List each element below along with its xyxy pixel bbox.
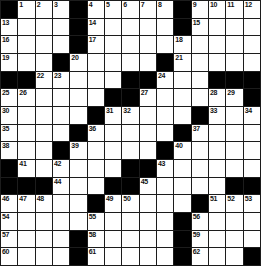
white-square[interactable] bbox=[105, 19, 121, 36]
white-square[interactable] bbox=[140, 36, 156, 53]
white-square[interactable] bbox=[105, 72, 121, 89]
black-square bbox=[70, 36, 86, 53]
black-square bbox=[122, 72, 138, 89]
white-square[interactable]: 24 bbox=[157, 72, 173, 89]
clue-number: 24 bbox=[158, 72, 165, 80]
clue-number: 46 bbox=[2, 195, 9, 203]
clue-number: 19 bbox=[2, 54, 9, 62]
white-square[interactable]: 34 bbox=[244, 107, 260, 124]
white-square[interactable]: 15 bbox=[192, 19, 208, 36]
white-square[interactable] bbox=[244, 231, 260, 248]
black-square bbox=[209, 72, 225, 89]
white-square[interactable] bbox=[36, 89, 52, 106]
clue-number: 54 bbox=[2, 213, 9, 221]
black-square bbox=[70, 125, 86, 142]
white-square[interactable]: 53 bbox=[244, 195, 260, 212]
white-square[interactable] bbox=[18, 142, 34, 159]
white-square[interactable]: 23 bbox=[53, 72, 69, 89]
clue-number: 48 bbox=[37, 195, 44, 203]
black-square bbox=[244, 178, 260, 195]
white-square[interactable] bbox=[122, 19, 138, 36]
clue-number: 12 bbox=[245, 1, 252, 9]
clue-number: 35 bbox=[2, 125, 9, 133]
white-square[interactable] bbox=[192, 72, 208, 89]
clue-number: 6 bbox=[123, 1, 127, 9]
black-square bbox=[105, 178, 121, 195]
clue-number: 25 bbox=[2, 89, 9, 97]
clue-number: 14 bbox=[89, 19, 96, 27]
white-square[interactable] bbox=[209, 160, 225, 177]
clue-number: 60 bbox=[2, 248, 9, 256]
white-square[interactable]: 31 bbox=[105, 107, 121, 124]
white-square[interactable]: 54 bbox=[1, 213, 17, 230]
clue-number: 43 bbox=[158, 160, 165, 168]
white-square[interactable] bbox=[53, 248, 69, 265]
white-square[interactable] bbox=[70, 72, 86, 89]
white-square[interactable]: 52 bbox=[226, 195, 242, 212]
white-square[interactable] bbox=[70, 213, 86, 230]
black-square bbox=[1, 72, 17, 89]
white-square[interactable] bbox=[122, 142, 138, 159]
clue-number: 17 bbox=[89, 36, 96, 44]
white-square[interactable] bbox=[226, 54, 242, 71]
clue-number: 22 bbox=[37, 72, 44, 80]
white-square[interactable] bbox=[157, 107, 173, 124]
white-square[interactable] bbox=[226, 248, 242, 265]
white-square[interactable] bbox=[36, 125, 52, 142]
black-square bbox=[53, 54, 69, 71]
clue-number: 44 bbox=[54, 178, 61, 186]
white-square[interactable]: 60 bbox=[1, 248, 17, 265]
white-square[interactable]: 20 bbox=[70, 54, 86, 71]
clue-number: 40 bbox=[175, 142, 182, 150]
white-square[interactable]: 35 bbox=[1, 125, 17, 142]
white-square[interactable]: 7 bbox=[140, 1, 156, 18]
white-square[interactable] bbox=[70, 178, 86, 195]
clue-number: 56 bbox=[193, 213, 200, 221]
white-square[interactable] bbox=[53, 19, 69, 36]
white-square[interactable] bbox=[209, 19, 225, 36]
white-square[interactable]: 21 bbox=[174, 54, 190, 71]
white-square[interactable] bbox=[244, 36, 260, 53]
white-square[interactable] bbox=[157, 248, 173, 265]
clue-number: 10 bbox=[210, 1, 217, 9]
white-square[interactable]: 16 bbox=[1, 36, 17, 53]
white-square[interactable]: 6 bbox=[122, 1, 138, 18]
white-square[interactable] bbox=[53, 107, 69, 124]
clue-number: 4 bbox=[89, 1, 93, 9]
clue-number: 26 bbox=[19, 89, 26, 97]
white-square[interactable]: 8 bbox=[157, 1, 173, 18]
white-square[interactable]: 48 bbox=[36, 195, 52, 212]
clue-number: 21 bbox=[175, 54, 182, 62]
white-square[interactable] bbox=[140, 125, 156, 142]
white-square[interactable] bbox=[105, 160, 121, 177]
white-square[interactable]: 46 bbox=[1, 195, 17, 212]
white-square[interactable]: 62 bbox=[192, 248, 208, 265]
clue-number: 31 bbox=[106, 107, 113, 115]
white-square[interactable] bbox=[174, 178, 190, 195]
white-square[interactable] bbox=[36, 19, 52, 36]
black-square bbox=[192, 195, 208, 212]
white-square[interactable] bbox=[157, 19, 173, 36]
white-square[interactable] bbox=[226, 213, 242, 230]
clue-number: 13 bbox=[2, 19, 9, 27]
white-square[interactable]: 28 bbox=[209, 89, 225, 106]
white-square[interactable] bbox=[226, 160, 242, 177]
white-square[interactable]: 12 bbox=[244, 1, 260, 18]
black-square bbox=[174, 248, 190, 265]
white-square[interactable] bbox=[70, 107, 86, 124]
white-square[interactable]: 1 bbox=[18, 1, 34, 18]
white-square[interactable] bbox=[18, 248, 34, 265]
white-square[interactable] bbox=[18, 213, 34, 230]
white-square[interactable] bbox=[53, 89, 69, 106]
white-square[interactable] bbox=[88, 89, 104, 106]
white-square[interactable] bbox=[209, 142, 225, 159]
white-square[interactable]: 27 bbox=[140, 89, 156, 106]
white-square[interactable]: 25 bbox=[1, 89, 17, 106]
black-square bbox=[174, 213, 190, 230]
white-square[interactable]: 36 bbox=[88, 125, 104, 142]
black-square bbox=[226, 178, 242, 195]
white-square[interactable] bbox=[244, 142, 260, 159]
white-square[interactable]: 5 bbox=[105, 1, 121, 18]
white-square[interactable] bbox=[53, 231, 69, 248]
white-square[interactable] bbox=[174, 72, 190, 89]
crossword-grid: 1234567891011121314151617181920212223242… bbox=[0, 0, 261, 266]
white-square[interactable] bbox=[192, 89, 208, 106]
black-square bbox=[226, 72, 242, 89]
white-square[interactable]: 18 bbox=[174, 36, 190, 53]
white-square[interactable] bbox=[36, 231, 52, 248]
white-square[interactable] bbox=[36, 107, 52, 124]
white-square[interactable] bbox=[36, 36, 52, 53]
white-square[interactable] bbox=[53, 125, 69, 142]
white-square[interactable] bbox=[18, 125, 34, 142]
white-square[interactable] bbox=[105, 248, 121, 265]
black-square bbox=[174, 19, 190, 36]
white-square[interactable] bbox=[140, 107, 156, 124]
white-square[interactable] bbox=[36, 54, 52, 71]
white-square[interactable] bbox=[53, 36, 69, 53]
clue-number: 57 bbox=[2, 231, 9, 239]
white-square[interactable]: 14 bbox=[88, 19, 104, 36]
clue-number: 50 bbox=[123, 195, 130, 203]
white-square[interactable] bbox=[88, 178, 104, 195]
white-square[interactable] bbox=[192, 178, 208, 195]
white-square[interactable] bbox=[140, 248, 156, 265]
white-square[interactable] bbox=[105, 142, 121, 159]
white-square[interactable] bbox=[192, 54, 208, 71]
black-square bbox=[174, 231, 190, 248]
white-square[interactable] bbox=[122, 36, 138, 53]
white-square[interactable] bbox=[140, 19, 156, 36]
white-square[interactable] bbox=[226, 36, 242, 53]
white-square[interactable] bbox=[18, 36, 34, 53]
black-square bbox=[122, 89, 138, 106]
white-square[interactable] bbox=[244, 19, 260, 36]
white-square[interactable]: 41 bbox=[18, 160, 34, 177]
white-square[interactable]: 55 bbox=[88, 213, 104, 230]
white-square[interactable]: 30 bbox=[1, 107, 17, 124]
clue-number: 20 bbox=[71, 54, 78, 62]
clue-number: 8 bbox=[158, 1, 162, 9]
white-square[interactable] bbox=[122, 248, 138, 265]
white-square[interactable] bbox=[105, 213, 121, 230]
white-square[interactable] bbox=[18, 231, 34, 248]
black-square bbox=[244, 248, 260, 265]
white-square[interactable]: 50 bbox=[122, 195, 138, 212]
white-square[interactable]: 29 bbox=[226, 89, 242, 106]
clue-number: 1 bbox=[19, 1, 23, 9]
white-square[interactable]: 51 bbox=[209, 195, 225, 212]
black-square bbox=[70, 248, 86, 265]
white-square[interactable]: 40 bbox=[174, 142, 190, 159]
white-square[interactable]: 43 bbox=[157, 160, 173, 177]
white-square[interactable]: 22 bbox=[36, 72, 52, 89]
white-square[interactable] bbox=[53, 213, 69, 230]
black-square bbox=[70, 19, 86, 36]
white-square[interactable] bbox=[157, 178, 173, 195]
white-square[interactable] bbox=[122, 213, 138, 230]
white-square[interactable] bbox=[192, 36, 208, 53]
white-square[interactable]: 33 bbox=[209, 107, 225, 124]
white-square[interactable]: 42 bbox=[53, 160, 69, 177]
clue-number: 42 bbox=[54, 160, 61, 168]
white-square[interactable]: 9 bbox=[192, 1, 208, 18]
clue-number: 18 bbox=[175, 36, 182, 44]
clue-number: 34 bbox=[245, 107, 252, 115]
white-square[interactable] bbox=[226, 142, 242, 159]
black-square bbox=[244, 89, 260, 106]
black-square bbox=[140, 160, 156, 177]
white-square[interactable]: 17 bbox=[88, 36, 104, 53]
clue-number: 7 bbox=[141, 1, 145, 9]
clue-number: 53 bbox=[245, 195, 252, 203]
white-square[interactable] bbox=[157, 125, 173, 142]
black-square bbox=[18, 72, 34, 89]
white-square[interactable] bbox=[209, 231, 225, 248]
white-square[interactable] bbox=[36, 213, 52, 230]
white-square[interactable] bbox=[192, 160, 208, 177]
white-square[interactable] bbox=[88, 142, 104, 159]
clue-number: 49 bbox=[106, 195, 113, 203]
white-square[interactable]: 11 bbox=[226, 1, 242, 18]
clue-number: 41 bbox=[19, 160, 26, 168]
white-square[interactable]: 61 bbox=[88, 248, 104, 265]
white-square[interactable] bbox=[70, 160, 86, 177]
black-square bbox=[88, 107, 104, 124]
white-square[interactable] bbox=[36, 142, 52, 159]
white-square[interactable] bbox=[192, 142, 208, 159]
white-square[interactable] bbox=[174, 107, 190, 124]
white-square[interactable] bbox=[70, 195, 86, 212]
clue-number: 16 bbox=[2, 36, 9, 44]
clue-number: 47 bbox=[19, 195, 26, 203]
white-square[interactable] bbox=[53, 195, 69, 212]
black-square bbox=[122, 178, 138, 195]
clue-number: 28 bbox=[210, 89, 217, 97]
black-square bbox=[157, 54, 173, 71]
white-square[interactable]: 47 bbox=[18, 195, 34, 212]
white-square[interactable] bbox=[105, 54, 121, 71]
white-square[interactable]: 44 bbox=[53, 178, 69, 195]
white-square[interactable]: 58 bbox=[88, 231, 104, 248]
white-square[interactable] bbox=[70, 89, 86, 106]
white-square[interactable] bbox=[244, 125, 260, 142]
clue-number: 5 bbox=[106, 1, 110, 9]
white-square[interactable]: 37 bbox=[192, 125, 208, 142]
black-square bbox=[70, 1, 86, 18]
clue-number: 29 bbox=[227, 89, 234, 97]
black-square bbox=[88, 195, 104, 212]
white-square[interactable] bbox=[88, 72, 104, 89]
clue-number: 2 bbox=[37, 1, 41, 9]
black-square bbox=[36, 178, 52, 195]
clue-number: 39 bbox=[71, 142, 78, 150]
clue-number: 9 bbox=[193, 1, 197, 9]
black-square bbox=[70, 231, 86, 248]
white-square[interactable] bbox=[122, 54, 138, 71]
white-square[interactable] bbox=[105, 125, 121, 142]
clue-number: 52 bbox=[227, 195, 234, 203]
white-square[interactable] bbox=[209, 248, 225, 265]
white-square[interactable] bbox=[88, 54, 104, 71]
clue-number: 15 bbox=[193, 19, 200, 27]
white-square[interactable] bbox=[174, 160, 190, 177]
clue-number: 32 bbox=[123, 107, 130, 115]
white-square[interactable] bbox=[226, 231, 242, 248]
white-square[interactable]: 32 bbox=[122, 107, 138, 124]
black-square bbox=[244, 72, 260, 89]
clue-number: 30 bbox=[2, 107, 9, 115]
black-square bbox=[105, 89, 121, 106]
white-square[interactable] bbox=[209, 125, 225, 142]
clue-number: 61 bbox=[89, 248, 96, 256]
white-square[interactable] bbox=[140, 231, 156, 248]
black-square bbox=[18, 178, 34, 195]
white-square[interactable]: 39 bbox=[70, 142, 86, 159]
white-square[interactable] bbox=[209, 213, 225, 230]
black-square bbox=[1, 160, 17, 177]
white-square[interactable] bbox=[157, 36, 173, 53]
white-square[interactable] bbox=[36, 160, 52, 177]
white-square[interactable] bbox=[209, 36, 225, 53]
white-square[interactable]: 38 bbox=[1, 142, 17, 159]
clue-number: 45 bbox=[141, 178, 148, 186]
white-square[interactable]: 2 bbox=[36, 1, 52, 18]
clue-number: 38 bbox=[2, 142, 9, 150]
clue-number: 37 bbox=[193, 125, 200, 133]
clue-number: 27 bbox=[141, 89, 148, 97]
white-square[interactable]: 26 bbox=[18, 89, 34, 106]
white-square[interactable]: 3 bbox=[53, 1, 69, 18]
white-square[interactable] bbox=[105, 231, 121, 248]
white-square[interactable] bbox=[157, 195, 173, 212]
black-square bbox=[174, 125, 190, 142]
white-square[interactable]: 19 bbox=[1, 54, 17, 71]
white-square[interactable] bbox=[140, 54, 156, 71]
white-square[interactable]: 45 bbox=[140, 178, 156, 195]
white-square[interactable] bbox=[174, 89, 190, 106]
white-square[interactable] bbox=[244, 160, 260, 177]
black-square bbox=[1, 1, 17, 18]
white-square[interactable]: 59 bbox=[192, 231, 208, 248]
clue-number: 33 bbox=[210, 107, 217, 115]
white-square[interactable] bbox=[157, 231, 173, 248]
white-square[interactable] bbox=[174, 195, 190, 212]
white-square[interactable] bbox=[140, 142, 156, 159]
clue-number: 55 bbox=[89, 213, 96, 221]
white-square[interactable] bbox=[244, 213, 260, 230]
black-square bbox=[122, 160, 138, 177]
clue-number: 59 bbox=[193, 231, 200, 239]
clue-number: 11 bbox=[227, 1, 234, 9]
white-square[interactable] bbox=[18, 19, 34, 36]
white-square[interactable] bbox=[88, 160, 104, 177]
white-square[interactable] bbox=[226, 19, 242, 36]
clue-number: 36 bbox=[89, 125, 96, 133]
white-square[interactable] bbox=[226, 107, 242, 124]
white-square[interactable] bbox=[122, 231, 138, 248]
black-square bbox=[140, 72, 156, 89]
clue-number: 62 bbox=[193, 248, 200, 256]
white-square[interactable] bbox=[18, 54, 34, 71]
clue-number: 51 bbox=[210, 195, 217, 203]
white-square[interactable] bbox=[36, 248, 52, 265]
black-square bbox=[1, 178, 17, 195]
white-square[interactable] bbox=[209, 54, 225, 71]
white-square[interactable] bbox=[18, 107, 34, 124]
white-square[interactable] bbox=[140, 213, 156, 230]
white-square[interactable] bbox=[157, 89, 173, 106]
white-square[interactable] bbox=[122, 125, 138, 142]
clue-number: 58 bbox=[89, 231, 96, 239]
white-square[interactable]: 49 bbox=[105, 195, 121, 212]
black-square bbox=[174, 1, 190, 18]
black-square bbox=[53, 142, 69, 159]
white-square[interactable] bbox=[226, 125, 242, 142]
white-square[interactable] bbox=[209, 178, 225, 195]
clue-number: 3 bbox=[54, 1, 58, 9]
white-square[interactable]: 13 bbox=[1, 19, 17, 36]
white-square[interactable]: 57 bbox=[1, 231, 17, 248]
white-square[interactable] bbox=[105, 36, 121, 53]
clue-number: 23 bbox=[54, 72, 61, 80]
white-square[interactable] bbox=[244, 54, 260, 71]
white-square[interactable] bbox=[157, 213, 173, 230]
white-square[interactable]: 4 bbox=[88, 1, 104, 18]
white-square[interactable]: 10 bbox=[209, 1, 225, 18]
black-square bbox=[192, 107, 208, 124]
white-square[interactable] bbox=[140, 195, 156, 212]
white-square[interactable]: 56 bbox=[192, 213, 208, 230]
black-square bbox=[157, 142, 173, 159]
